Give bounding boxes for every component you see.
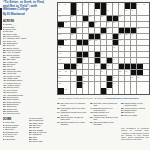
grid-cell[interactable]: [113, 88, 119, 94]
grid-cell[interactable]: [137, 46, 143, 52]
grid-cell[interactable]: 45: [58, 58, 64, 64]
grid-cell[interactable]: [71, 58, 77, 64]
grid-cell[interactable]: [137, 34, 143, 40]
cell-number: 12: [77, 9, 79, 11]
black-square: [83, 40, 89, 46]
black-square: [95, 3, 101, 9]
grid-cell[interactable]: [89, 82, 95, 88]
grid-cell[interactable]: 63: [83, 82, 89, 88]
grid-cell[interactable]: [77, 70, 83, 76]
cell-number: 31: [59, 33, 61, 35]
cell-number: 1: [59, 3, 60, 5]
grid-cell[interactable]: 3: [77, 3, 83, 9]
grid-cell[interactable]: [131, 82, 137, 88]
grid-cell[interactable]: [119, 9, 125, 15]
solution-link[interactable]: whitmanpioneer.com/crossword: [106, 97, 139, 99]
grid-cell[interactable]: [125, 40, 131, 46]
grid-cell[interactable]: [125, 76, 131, 82]
grid-cell[interactable]: [143, 28, 149, 34]
grid-cell[interactable]: 25: [107, 22, 113, 28]
cell-number: 6: [107, 3, 108, 5]
grid-cell[interactable]: [131, 40, 137, 46]
grid-cell[interactable]: [71, 52, 77, 58]
grid-cell[interactable]: [125, 82, 131, 88]
black-square: [64, 64, 70, 70]
black-square: [125, 28, 131, 34]
grid-cell[interactable]: [143, 58, 149, 64]
grid-cell[interactable]: 56: [125, 70, 131, 76]
cell-number: 22: [65, 21, 67, 23]
grid-cell[interactable]: [113, 52, 119, 58]
cell-number: 29: [107, 27, 109, 29]
grid-cell[interactable]: 12: [77, 9, 83, 15]
clue-item: 31. Strive hard: [29, 140, 54, 142]
grid-cell[interactable]: [131, 16, 137, 22]
grid-cell[interactable]: [64, 34, 70, 40]
grid-cell[interactable]: [125, 52, 131, 58]
black-square: [95, 34, 101, 40]
grid-cell[interactable]: 33: [101, 34, 107, 40]
grid-cell[interactable]: [64, 46, 70, 52]
grid-cell[interactable]: 55: [119, 70, 125, 76]
down-clue-list-3: 32. The open sea, to explorers of old33.…: [57, 102, 87, 125]
grid-cell[interactable]: [119, 52, 125, 58]
grid-cell[interactable]: [119, 88, 125, 94]
grid-cell[interactable]: 62: [58, 82, 64, 88]
grid-cell[interactable]: [71, 40, 77, 46]
cell-number: 44: [101, 52, 103, 54]
grid-cell[interactable]: [119, 58, 125, 64]
grid-cell[interactable]: [119, 46, 125, 52]
grid-cell[interactable]: [137, 88, 143, 94]
cell-number: 49: [95, 64, 97, 66]
cell-number: 9: [137, 3, 138, 5]
grid-cell[interactable]: [101, 22, 107, 28]
grid-cell[interactable]: [107, 46, 113, 52]
grid-cell[interactable]: 42: [113, 46, 119, 52]
grid-cell[interactable]: 58: [83, 76, 89, 82]
cell-number: 50: [107, 64, 109, 66]
grid-cell[interactable]: 8: [119, 3, 125, 9]
cell-number: 36: [131, 33, 133, 35]
black-square: [58, 40, 64, 46]
grid-cell[interactable]: [71, 46, 77, 52]
scan-edge-artifact-dark: [0, 8, 2, 30]
grid-cell[interactable]: [119, 76, 125, 82]
crossword-grid: 1234567891011121314151617181920212223242…: [57, 2, 150, 95]
grid-cell[interactable]: [143, 52, 149, 58]
grid-cell[interactable]: [137, 40, 143, 46]
black-square: [119, 64, 125, 70]
grid-cell[interactable]: 18: [71, 16, 77, 22]
cell-number: 40: [119, 39, 121, 41]
clue-number: 32.: [57, 102, 60, 104]
cell-number: 8: [119, 3, 120, 5]
black-square: [95, 52, 101, 58]
grid-cell[interactable]: [64, 58, 70, 64]
grid-cell[interactable]: [83, 46, 89, 52]
grid-cell[interactable]: 28: [77, 28, 83, 34]
puzzle-title: “To Strive, to Seek, to Find, and Not to…: [3, 1, 55, 12]
cell-number: 3: [77, 3, 78, 5]
grid-cell[interactable]: [107, 34, 113, 40]
grid-cell[interactable]: [89, 9, 95, 15]
black-square: [137, 64, 143, 70]
cell-number: 61: [137, 76, 139, 78]
grid-cell[interactable]: 22: [64, 22, 70, 28]
grid-cell[interactable]: [137, 82, 143, 88]
grid-cell[interactable]: 47: [113, 58, 119, 64]
black-square: [95, 58, 101, 64]
cell-number: 66: [107, 88, 109, 90]
grid-cell[interactable]: [113, 28, 119, 34]
grid-cell[interactable]: 11: [58, 9, 64, 15]
cell-number: 64: [113, 82, 115, 84]
grid-cell[interactable]: [119, 82, 125, 88]
black-square: [131, 3, 137, 9]
grid-cell[interactable]: [77, 46, 83, 52]
grid-cell[interactable]: 50: [107, 64, 113, 70]
grid-cell[interactable]: [143, 46, 149, 52]
cell-number: 51: [59, 70, 61, 72]
editor-note: The crossword is compiled weekly by Pion…: [121, 127, 149, 148]
grid-cell[interactable]: 7: [113, 3, 119, 9]
grid-cell[interactable]: [89, 46, 95, 52]
grid-cell[interactable]: 51: [58, 70, 64, 76]
grid-cell[interactable]: [77, 88, 83, 94]
grid-cell[interactable]: 46: [83, 58, 89, 64]
black-square: [77, 52, 83, 58]
grid-cell[interactable]: [64, 52, 70, 58]
cell-number: 43: [59, 52, 61, 54]
grid-cell[interactable]: [95, 46, 101, 52]
clue-number: 37.: [57, 121, 60, 123]
grid-cell[interactable]: [143, 40, 149, 46]
grid-cell[interactable]: 49: [95, 64, 101, 70]
grid-cell[interactable]: [107, 40, 113, 46]
grid-cell[interactable]: [101, 46, 107, 52]
cell-number: 54: [101, 70, 103, 72]
grid-cell[interactable]: 41: [58, 46, 64, 52]
grid-cell[interactable]: [143, 64, 149, 70]
grid-cell[interactable]: [83, 88, 89, 94]
down-clue-column-1: DOWN 1. Lofty goal2. Ocean crosser3. Que…: [3, 117, 27, 148]
black-square: [101, 9, 107, 15]
grid-cell[interactable]: [95, 70, 101, 76]
cell-number: 5: [89, 3, 90, 5]
black-square: [83, 52, 89, 58]
grid-cell[interactable]: [95, 88, 101, 94]
black-square: [125, 3, 131, 9]
cell-number: 19: [89, 15, 91, 17]
grid-cell[interactable]: 65: [64, 88, 70, 94]
grid-cell[interactable]: [137, 58, 143, 64]
grid-cell[interactable]: [137, 52, 143, 58]
grid-cell[interactable]: 52: [64, 70, 70, 76]
grid-cell[interactable]: [101, 82, 107, 88]
cell-number: 60: [131, 76, 133, 78]
grid-cell[interactable]: [83, 70, 89, 76]
grid-cell[interactable]: [95, 76, 101, 82]
grid-cell[interactable]: [64, 16, 70, 22]
grid-cell[interactable]: [143, 9, 149, 15]
cell-number: 7: [113, 3, 114, 5]
grid-cell[interactable]: [137, 22, 143, 28]
grid-cell[interactable]: [83, 28, 89, 34]
grid-cell[interactable]: [143, 70, 149, 76]
grid-cell[interactable]: 37: [64, 40, 70, 46]
cell-number: 48: [77, 64, 79, 66]
grid-cell[interactable]: [89, 58, 95, 64]
grid-cell[interactable]: [83, 34, 89, 40]
clue-item: 8. Sail holder: [3, 138, 27, 140]
cell-number: 58: [83, 76, 85, 78]
grid-cell[interactable]: [89, 88, 95, 94]
grid-cell[interactable]: [83, 64, 89, 70]
down-clue-list-4: 38. Port side, when facing the bow41. En…: [90, 102, 118, 125]
down-clue-list-5: 52. Rough water off the western cape53. …: [121, 102, 149, 116]
grid-cell[interactable]: [89, 64, 95, 70]
grid-cell[interactable]: 64: [113, 82, 119, 88]
grid-cell[interactable]: 24: [95, 22, 101, 28]
grid-cell[interactable]: [89, 28, 95, 34]
black-square: [125, 64, 131, 70]
grid-cell[interactable]: 30: [137, 28, 143, 34]
down-clue-column-2: 9. New frontier10. Persistence13. Chart …: [29, 117, 54, 148]
grid-cell[interactable]: [125, 88, 131, 94]
grid-cell[interactable]: 29: [107, 28, 113, 34]
crossword-page: “To Strive, to Seek, to Find, and Not to…: [0, 0, 150, 150]
grid-cell[interactable]: [143, 76, 149, 82]
clue-item: 37. Northern lights over a cold crossing: [57, 121, 87, 126]
grid-cell[interactable]: [71, 76, 77, 82]
grid-cell[interactable]: [83, 9, 89, 15]
grid-cell[interactable]: 10: [143, 3, 149, 9]
grid-cell[interactable]: 23: [83, 22, 89, 28]
grid-cell[interactable]: 61: [137, 76, 143, 82]
grid-cell[interactable]: [125, 46, 131, 52]
cell-number: 47: [113, 58, 115, 60]
grid-cell[interactable]: 6: [107, 3, 113, 9]
grid-cell[interactable]: 53: [71, 70, 77, 76]
solution-caption: For the solution to this week’s puzzle, …: [58, 97, 150, 100]
grid-cell[interactable]: [95, 28, 101, 34]
grid-cell[interactable]: [137, 9, 143, 15]
grid-cell[interactable]: 26: [113, 22, 119, 28]
cell-number: 21: [119, 15, 121, 17]
grid-cell[interactable]: [77, 22, 83, 28]
cell-number: 45: [59, 58, 61, 60]
clue-number: 38.: [90, 102, 93, 104]
grid-cell[interactable]: [71, 88, 77, 94]
grid-cell[interactable]: 4: [83, 3, 89, 9]
black-square: [107, 58, 113, 64]
black-square: [131, 28, 137, 34]
cell-number: 32: [71, 33, 73, 35]
grid-cell[interactable]: [89, 52, 95, 58]
grid-cell[interactable]: [101, 58, 107, 64]
down-clue-column-3: 32. The open sea, to explorers of old33.…: [57, 102, 87, 148]
grid-cell[interactable]: [113, 64, 119, 70]
grid-cell[interactable]: 39: [95, 40, 101, 46]
grid-cell[interactable]: 14: [107, 9, 113, 15]
grid-cell[interactable]: 60: [131, 76, 137, 82]
grid-cell[interactable]: [143, 22, 149, 28]
cell-number: 28: [77, 27, 79, 29]
grid-cell[interactable]: 38: [89, 40, 95, 46]
grid-cell[interactable]: 57: [58, 76, 64, 82]
grid-cell[interactable]: [107, 70, 113, 76]
clue-number: 52.: [121, 102, 124, 104]
grid-cell[interactable]: [71, 82, 77, 88]
cell-number: 65: [65, 88, 67, 90]
grid-cell[interactable]: [113, 9, 119, 15]
cell-number: 11: [59, 9, 61, 11]
cell-number: 4: [83, 3, 84, 5]
grid-cell[interactable]: [143, 16, 149, 22]
grid-cell[interactable]: 48: [77, 64, 83, 70]
grid-cell[interactable]: 66: [107, 88, 113, 94]
grid-cell[interactable]: 21: [119, 16, 125, 22]
grid-cell[interactable]: [131, 58, 137, 64]
cell-number: 20: [101, 15, 103, 17]
grid-cell[interactable]: [143, 82, 149, 88]
grid-cell[interactable]: 13: [95, 9, 101, 15]
cell-number: 33: [101, 33, 103, 35]
down-clue-list-2: 9. New frontier10. Persistence13. Chart …: [29, 117, 54, 143]
clue-item: 59. Dot on a map: [121, 114, 149, 116]
clue-number: 64.: [3, 112, 6, 114]
grid-cell[interactable]: [89, 70, 95, 76]
grid-cell[interactable]: [71, 22, 77, 28]
grid-cell[interactable]: [125, 16, 131, 22]
black-square: [77, 82, 83, 88]
grid-cell[interactable]: [131, 88, 137, 94]
grid-cell[interactable]: 43: [58, 52, 64, 58]
black-square: [89, 22, 95, 28]
grid-cell[interactable]: [119, 22, 125, 28]
grid-cell[interactable]: [107, 52, 113, 58]
grid-cell[interactable]: [64, 28, 70, 34]
black-square: [77, 58, 83, 64]
grid-cell[interactable]: 32: [71, 34, 77, 40]
grid-cell[interactable]: 19: [89, 16, 95, 22]
grid-cell[interactable]: [101, 76, 107, 82]
grid-cell[interactable]: [125, 58, 131, 64]
cell-number: 46: [83, 58, 85, 60]
grid-cell[interactable]: 1: [58, 3, 64, 9]
grid-cell[interactable]: [125, 22, 131, 28]
grid-cell[interactable]: [131, 52, 137, 58]
black-square: [101, 88, 107, 94]
grid-cell[interactable]: 2: [64, 3, 70, 9]
grid-cell[interactable]: 59: [113, 76, 119, 82]
cell-number: 17: [59, 15, 61, 17]
grid-cell[interactable]: [58, 64, 64, 70]
cell-number: 35: [125, 33, 127, 35]
black-square: [137, 70, 143, 76]
grid-cell[interactable]: 44: [101, 52, 107, 58]
grid-cell[interactable]: 5: [89, 3, 95, 9]
black-square: [58, 22, 64, 28]
grid-cell[interactable]: [89, 76, 95, 82]
cell-number: 15: [125, 9, 127, 11]
grid-cell[interactable]: 20: [101, 16, 107, 22]
cell-number: 39: [95, 39, 97, 41]
grid-cell[interactable]: [143, 88, 149, 94]
grid-cell[interactable]: 40: [119, 40, 125, 46]
cell-number: 10: [143, 3, 145, 5]
black-square: [83, 16, 89, 22]
cell-number: 53: [71, 70, 73, 72]
grid-cell[interactable]: [131, 22, 137, 28]
grid-cell[interactable]: 31: [58, 34, 64, 40]
clue-number: 8.: [3, 138, 5, 140]
black-square: [107, 82, 113, 88]
clue-number: 45.: [90, 111, 93, 113]
cell-number: 63: [83, 82, 85, 84]
black-square: [77, 40, 83, 46]
grid-cell[interactable]: [137, 16, 143, 22]
cell-number: 59: [113, 76, 115, 78]
grid-cell[interactable]: [77, 34, 83, 40]
grid-cell[interactable]: [131, 46, 137, 52]
cell-number: 25: [107, 21, 109, 23]
cell-number: 13: [95, 9, 97, 11]
grid-cell[interactable]: [64, 9, 70, 15]
scan-edge-artifact-light: [0, 30, 1, 45]
grid-cell[interactable]: 9: [137, 3, 143, 9]
cell-number: 34: [119, 33, 121, 35]
black-square: [71, 3, 77, 9]
grid-cell[interactable]: [95, 16, 101, 22]
cell-number: 14: [107, 9, 109, 11]
grid-cell[interactable]: [143, 34, 149, 40]
grid-cell[interactable]: [64, 76, 70, 82]
clue-number: 31.: [29, 140, 32, 142]
cell-number: 16: [131, 9, 133, 11]
black-square: [113, 16, 119, 22]
black-square: [113, 34, 119, 40]
black-square: [71, 64, 77, 70]
grid-cell[interactable]: [101, 40, 107, 46]
clue-item: 64. Journey's end: [3, 112, 53, 114]
grid-cell[interactable]: [64, 82, 70, 88]
cell-number: 26: [113, 21, 115, 23]
grid-cell[interactable]: 17: [58, 16, 64, 22]
grid-cell[interactable]: [95, 82, 101, 88]
grid-cell[interactable]: [77, 16, 83, 22]
grid-cell[interactable]: [113, 70, 119, 76]
down-clue-column-4: 38. Port side, when facing the bow41. En…: [90, 102, 118, 148]
clue-number: 50.: [90, 116, 93, 118]
cell-number: 23: [83, 21, 85, 23]
clue-number: 33.: [57, 107, 60, 109]
grid-cell[interactable]: 27: [58, 28, 64, 34]
down-clue-list-1: 1. Lofty goal2. Ocean crosser3. Quest ob…: [3, 121, 27, 140]
grid-cell[interactable]: 36: [131, 34, 137, 40]
black-square: [131, 64, 137, 70]
grid-cell[interactable]: 34: [119, 34, 125, 40]
grid-cell[interactable]: 16: [131, 9, 137, 15]
black-square: [58, 88, 64, 94]
grid-cell[interactable]: 54: [101, 70, 107, 76]
clue-item: 51. Sail plan drawn by the navigator: [90, 121, 118, 126]
black-square: [119, 28, 125, 34]
grid-cell[interactable]: 15: [125, 9, 131, 15]
grid-cell[interactable]: 35: [125, 34, 131, 40]
cell-number: 30: [137, 27, 139, 29]
